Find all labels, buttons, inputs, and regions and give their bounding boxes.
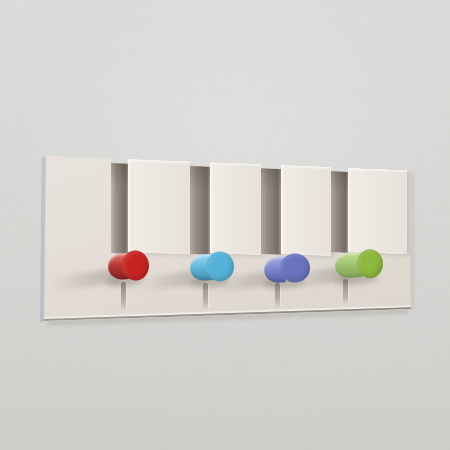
slider-bar-1 [128, 159, 190, 254]
peg-purple-face [279, 252, 311, 283]
slider-bar-2 [210, 162, 261, 255]
slider-bar-4 [348, 168, 407, 254]
board-face [0, 0, 450, 450]
board-right-shadow [410, 172, 416, 310]
peg-purple [263, 251, 311, 284]
slot-1 [111, 163, 129, 254]
peg-blue [189, 251, 235, 284]
slot-3 [261, 168, 282, 255]
slot-2 [190, 166, 211, 255]
scene [0, 0, 450, 450]
coat-rack [0, 0, 450, 450]
slot-4 [331, 171, 349, 252]
peg-red [107, 250, 150, 283]
peg-green [334, 248, 384, 280]
slot-1-lower-slit [121, 282, 126, 311]
slider-bar-3 [281, 165, 331, 256]
